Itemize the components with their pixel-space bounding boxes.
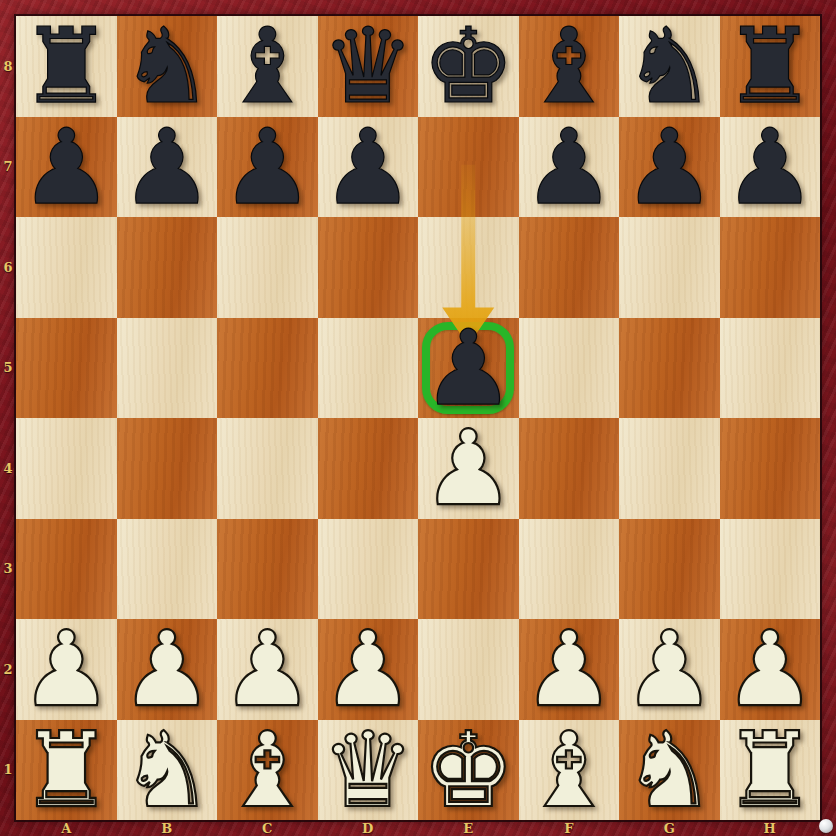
square-b6[interactable] bbox=[117, 217, 218, 318]
piece-white-pawn[interactable]: ♟ bbox=[422, 418, 515, 518]
file-label-b: B bbox=[117, 820, 218, 836]
rank-label-1: 1 bbox=[0, 720, 16, 821]
piece-black-king[interactable]: ♚ bbox=[422, 16, 515, 116]
piece-black-bishop[interactable]: ♝ bbox=[221, 16, 314, 116]
piece-white-bishop[interactable]: ♝ bbox=[221, 720, 314, 820]
square-h2[interactable]: ♟ bbox=[720, 619, 821, 720]
piece-black-rook[interactable]: ♜ bbox=[20, 16, 113, 116]
square-a2[interactable]: ♟ bbox=[16, 619, 117, 720]
square-e4[interactable]: ♟ bbox=[418, 418, 519, 519]
rank-coordinates: 8 7 6 5 4 3 2 1 bbox=[0, 16, 16, 820]
piece-white-pawn[interactable]: ♟ bbox=[221, 619, 314, 719]
square-b8[interactable]: ♞ bbox=[117, 16, 218, 117]
square-f6[interactable] bbox=[519, 217, 620, 318]
file-label-d: D bbox=[318, 820, 419, 836]
file-label-h: H bbox=[720, 820, 821, 836]
square-f1[interactable]: ♝ bbox=[519, 720, 620, 821]
square-b4[interactable] bbox=[117, 418, 218, 519]
square-h5[interactable] bbox=[720, 318, 821, 419]
square-a3[interactable] bbox=[16, 519, 117, 620]
square-e8[interactable]: ♚ bbox=[418, 16, 519, 117]
square-g4[interactable] bbox=[619, 418, 720, 519]
square-f7[interactable]: ♟ bbox=[519, 117, 620, 218]
rank-label-4: 4 bbox=[0, 418, 16, 519]
file-label-e: E bbox=[418, 820, 519, 836]
square-f2[interactable]: ♟ bbox=[519, 619, 620, 720]
square-a4[interactable] bbox=[16, 418, 117, 519]
piece-white-knight[interactable]: ♞ bbox=[623, 720, 716, 820]
square-e1[interactable]: ♚ bbox=[418, 720, 519, 821]
square-e3[interactable] bbox=[418, 519, 519, 620]
piece-white-rook[interactable]: ♜ bbox=[723, 720, 816, 820]
piece-white-pawn[interactable]: ♟ bbox=[522, 619, 615, 719]
piece-white-king[interactable]: ♚ bbox=[422, 720, 515, 820]
file-coordinates: A B C D E F G H bbox=[16, 820, 820, 836]
square-e5[interactable]: ♟ bbox=[418, 318, 519, 419]
piece-black-bishop[interactable]: ♝ bbox=[522, 16, 615, 116]
square-b2[interactable]: ♟ bbox=[117, 619, 218, 720]
piece-white-pawn[interactable]: ♟ bbox=[321, 619, 414, 719]
square-d8[interactable]: ♛ bbox=[318, 16, 419, 117]
piece-black-knight[interactable]: ♞ bbox=[623, 16, 716, 116]
square-g8[interactable]: ♞ bbox=[619, 16, 720, 117]
rank-label-6: 6 bbox=[0, 217, 16, 318]
square-d4[interactable] bbox=[318, 418, 419, 519]
square-c1[interactable]: ♝ bbox=[217, 720, 318, 821]
square-a7[interactable]: ♟ bbox=[16, 117, 117, 218]
chess-board: ♜♞♝♛♚♝♞♜♟♟♟♟♟♟♟♟♟♟♟♟♟♟♟♟♜♞♝♛♚♝♞♜ bbox=[16, 16, 820, 820]
rank-label-5: 5 bbox=[0, 318, 16, 419]
square-c3[interactable] bbox=[217, 519, 318, 620]
square-b3[interactable] bbox=[117, 519, 218, 620]
square-e2[interactable] bbox=[418, 619, 519, 720]
square-d7[interactable]: ♟ bbox=[318, 117, 419, 218]
piece-black-pawn[interactable]: ♟ bbox=[120, 117, 213, 217]
square-f8[interactable]: ♝ bbox=[519, 16, 620, 117]
piece-black-pawn[interactable]: ♟ bbox=[422, 318, 515, 418]
square-e7[interactable] bbox=[418, 117, 519, 218]
rank-label-2: 2 bbox=[0, 619, 16, 720]
piece-white-knight[interactable]: ♞ bbox=[120, 720, 213, 820]
square-c2[interactable]: ♟ bbox=[217, 619, 318, 720]
square-h7[interactable]: ♟ bbox=[720, 117, 821, 218]
square-h3[interactable] bbox=[720, 519, 821, 620]
rank-label-7: 7 bbox=[0, 117, 16, 218]
square-h4[interactable] bbox=[720, 418, 821, 519]
square-e6[interactable] bbox=[418, 217, 519, 318]
square-g7[interactable]: ♟ bbox=[619, 117, 720, 218]
square-d3[interactable] bbox=[318, 519, 419, 620]
rank-label-3: 3 bbox=[0, 519, 16, 620]
rank-label-8: 8 bbox=[0, 16, 16, 117]
square-c4[interactable] bbox=[217, 418, 318, 519]
piece-black-pawn[interactable]: ♟ bbox=[623, 117, 716, 217]
square-h6[interactable] bbox=[720, 217, 821, 318]
piece-black-knight[interactable]: ♞ bbox=[120, 16, 213, 116]
square-c8[interactable]: ♝ bbox=[217, 16, 318, 117]
piece-black-pawn[interactable]: ♟ bbox=[20, 117, 113, 217]
square-c6[interactable] bbox=[217, 217, 318, 318]
square-d2[interactable]: ♟ bbox=[318, 619, 419, 720]
square-a1[interactable]: ♜ bbox=[16, 720, 117, 821]
file-label-g: G bbox=[619, 820, 720, 836]
square-d5[interactable] bbox=[318, 318, 419, 419]
piece-white-pawn[interactable]: ♟ bbox=[20, 619, 113, 719]
board-corner-handle-icon[interactable] bbox=[819, 819, 833, 833]
square-g1[interactable]: ♞ bbox=[619, 720, 720, 821]
piece-black-pawn[interactable]: ♟ bbox=[221, 117, 314, 217]
square-d1[interactable]: ♛ bbox=[318, 720, 419, 821]
piece-white-queen[interactable]: ♛ bbox=[321, 720, 414, 820]
square-g6[interactable] bbox=[619, 217, 720, 318]
piece-white-pawn[interactable]: ♟ bbox=[120, 619, 213, 719]
piece-white-pawn[interactable]: ♟ bbox=[623, 619, 716, 719]
chess-board-frame: ♜♞♝♛♚♝♞♜♟♟♟♟♟♟♟♟♟♟♟♟♟♟♟♟♜♞♝♛♚♝♞♜ 8 7 6 5… bbox=[0, 0, 836, 836]
square-b7[interactable]: ♟ bbox=[117, 117, 218, 218]
square-f3[interactable] bbox=[519, 519, 620, 620]
square-b1[interactable]: ♞ bbox=[117, 720, 218, 821]
piece-black-queen[interactable]: ♛ bbox=[321, 16, 414, 116]
piece-black-pawn[interactable]: ♟ bbox=[723, 117, 816, 217]
square-a8[interactable]: ♜ bbox=[16, 16, 117, 117]
square-f5[interactable] bbox=[519, 318, 620, 419]
square-b5[interactable] bbox=[117, 318, 218, 419]
piece-white-bishop[interactable]: ♝ bbox=[522, 720, 615, 820]
file-label-f: F bbox=[519, 820, 620, 836]
square-c5[interactable] bbox=[217, 318, 318, 419]
file-label-a: A bbox=[16, 820, 117, 836]
piece-white-pawn[interactable]: ♟ bbox=[723, 619, 816, 719]
file-label-c: C bbox=[217, 820, 318, 836]
square-g2[interactable]: ♟ bbox=[619, 619, 720, 720]
square-h1[interactable]: ♜ bbox=[720, 720, 821, 821]
square-g3[interactable] bbox=[619, 519, 720, 620]
square-c7[interactable]: ♟ bbox=[217, 117, 318, 218]
square-a5[interactable] bbox=[16, 318, 117, 419]
square-d6[interactable] bbox=[318, 217, 419, 318]
square-h8[interactable]: ♜ bbox=[720, 16, 821, 117]
piece-black-pawn[interactable]: ♟ bbox=[522, 117, 615, 217]
square-f4[interactable] bbox=[519, 418, 620, 519]
square-g5[interactable] bbox=[619, 318, 720, 419]
piece-black-pawn[interactable]: ♟ bbox=[321, 117, 414, 217]
piece-black-rook[interactable]: ♜ bbox=[723, 16, 816, 116]
piece-white-rook[interactable]: ♜ bbox=[20, 720, 113, 820]
square-a6[interactable] bbox=[16, 217, 117, 318]
